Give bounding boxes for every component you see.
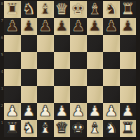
black-bishop: ♝ [88, 1, 101, 18]
square-e7[interactable]: ♟ [70, 18, 87, 35]
white-queen: ♛ [55, 120, 68, 137]
square-f5[interactable] [87, 52, 104, 69]
square-d4[interactable] [54, 69, 71, 86]
white-pawn: ♟ [88, 103, 101, 120]
square-f1[interactable]: ♝ [87, 120, 104, 137]
black-pawn: ♟ [39, 18, 52, 35]
square-a6[interactable] [4, 35, 21, 52]
white-king: ♚ [72, 120, 85, 137]
square-b7[interactable]: ♟ [21, 18, 38, 35]
square-h3[interactable] [120, 86, 137, 103]
square-b6[interactable] [21, 35, 38, 52]
square-g1[interactable]: ♞ [103, 120, 120, 137]
black-knight: ♞ [22, 1, 35, 18]
square-d7[interactable]: ♟ [54, 18, 71, 35]
square-e4[interactable] [70, 69, 87, 86]
square-f3[interactable] [87, 86, 104, 103]
white-bishop: ♝ [39, 120, 52, 137]
white-pawn: ♟ [72, 103, 85, 120]
white-pawn: ♟ [39, 103, 52, 120]
black-pawn: ♟ [22, 18, 35, 35]
square-f4[interactable] [87, 69, 104, 86]
black-pawn: ♟ [55, 18, 68, 35]
white-knight: ♞ [22, 120, 35, 137]
white-pawn: ♟ [22, 103, 35, 120]
square-c5[interactable] [37, 52, 54, 69]
square-c4[interactable] [37, 69, 54, 86]
square-h2[interactable]: ♟ [120, 103, 137, 120]
square-f2[interactable]: ♟ [87, 103, 104, 120]
square-d1[interactable]: ♛ [54, 120, 71, 137]
square-c1[interactable]: ♝ [37, 120, 54, 137]
white-rook: ♜ [121, 120, 134, 137]
black-bishop: ♝ [39, 1, 52, 18]
square-d3[interactable] [54, 86, 71, 103]
black-queen: ♛ [55, 1, 68, 18]
square-b4[interactable] [21, 69, 38, 86]
black-rook: ♜ [121, 1, 134, 18]
square-f7[interactable]: ♟ [87, 18, 104, 35]
square-g5[interactable] [103, 52, 120, 69]
square-c2[interactable]: ♟ [37, 103, 54, 120]
square-f8[interactable]: ♝ [87, 1, 104, 18]
black-rook: ♜ [6, 1, 19, 18]
black-pawn: ♟ [88, 18, 101, 35]
square-a1[interactable]: ♜ [4, 120, 21, 137]
square-g8[interactable]: ♞ [103, 1, 120, 18]
square-a7[interactable]: ♟ [4, 18, 21, 35]
square-b2[interactable]: ♟ [21, 103, 38, 120]
black-pawn: ♟ [72, 18, 85, 35]
square-a3[interactable] [4, 86, 21, 103]
square-b1[interactable]: ♞ [21, 120, 38, 137]
black-pawn: ♟ [6, 18, 19, 35]
chess-board: ♜♞♝♛♚♝♞♜♟♟♟♟♟♟♟♟♟♟♟♟♟♟♟♟♜♞♝♛♚♝♞♜ [4, 1, 136, 137]
square-h1[interactable]: ♜ [120, 120, 137, 137]
square-e2[interactable]: ♟ [70, 103, 87, 120]
square-a5[interactable] [4, 52, 21, 69]
square-e3[interactable] [70, 86, 87, 103]
square-b8[interactable]: ♞ [21, 1, 38, 18]
square-g2[interactable]: ♟ [103, 103, 120, 120]
square-h4[interactable] [120, 69, 137, 86]
square-c8[interactable]: ♝ [37, 1, 54, 18]
square-e6[interactable] [70, 35, 87, 52]
white-rook: ♜ [6, 120, 19, 137]
black-pawn: ♟ [121, 18, 134, 35]
square-a8[interactable]: ♜ [4, 1, 21, 18]
square-a2[interactable]: ♟ [4, 103, 21, 120]
square-c6[interactable] [37, 35, 54, 52]
square-h5[interactable] [120, 52, 137, 69]
square-h7[interactable]: ♟ [120, 18, 137, 35]
square-d6[interactable] [54, 35, 71, 52]
black-king: ♚ [72, 1, 85, 18]
square-h8[interactable]: ♜ [120, 1, 137, 18]
chess-app-screen: ♜♞♝♛♚♝♞♜♟♟♟♟♟♟♟♟♟♟♟♟♟♟♟♟♜♞♝♛♚♝♞♜ 8765432… [0, 0, 140, 140]
black-pawn: ♟ [105, 18, 118, 35]
white-pawn: ♟ [105, 103, 118, 120]
square-d2[interactable]: ♟ [54, 103, 71, 120]
square-e8[interactable]: ♚ [70, 1, 87, 18]
square-g6[interactable] [103, 35, 120, 52]
white-bishop: ♝ [88, 120, 101, 137]
white-pawn: ♟ [6, 103, 19, 120]
square-d8[interactable]: ♛ [54, 1, 71, 18]
square-c7[interactable]: ♟ [37, 18, 54, 35]
square-g4[interactable] [103, 69, 120, 86]
white-knight: ♞ [105, 120, 118, 137]
square-a4[interactable] [4, 69, 21, 86]
square-g7[interactable]: ♟ [103, 18, 120, 35]
square-f6[interactable] [87, 35, 104, 52]
square-h6[interactable] [120, 35, 137, 52]
square-c3[interactable] [37, 86, 54, 103]
square-b3[interactable] [21, 86, 38, 103]
black-knight: ♞ [105, 1, 118, 18]
square-g3[interactable] [103, 86, 120, 103]
square-e1[interactable]: ♚ [70, 120, 87, 137]
square-d5[interactable] [54, 52, 71, 69]
white-pawn: ♟ [55, 103, 68, 120]
square-e5[interactable] [70, 52, 87, 69]
white-pawn: ♟ [121, 103, 134, 120]
square-b5[interactable] [21, 52, 38, 69]
